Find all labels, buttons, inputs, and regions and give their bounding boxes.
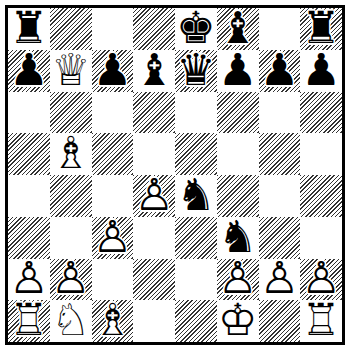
piece-glyph: ♙: [8, 259, 50, 300]
square-h8[interactable]: ♜♜: [300, 8, 342, 50]
piece-glyph: ♙: [300, 259, 342, 300]
square-e4[interactable]: ♞♞: [175, 175, 217, 217]
square-e6[interactable]: [175, 92, 217, 134]
piece-white-bishop-icon: ♝♗: [92, 300, 134, 342]
piece-glyph: ♙: [133, 175, 175, 216]
piece-black-queen-icon: ♛♛: [175, 50, 217, 92]
square-b6[interactable]: [50, 92, 92, 134]
piece-glyph: ♗: [92, 300, 134, 341]
square-d1[interactable]: [133, 300, 175, 342]
piece-white-pawn-icon: ♟♙: [217, 259, 259, 301]
piece-white-rook-icon: ♜♖: [8, 300, 50, 342]
square-f5[interactable]: [217, 133, 259, 175]
square-g8[interactable]: [259, 8, 301, 50]
piece-glyph: ♜: [300, 8, 342, 49]
square-b1[interactable]: ♞♘: [50, 300, 92, 342]
square-a4[interactable]: [8, 175, 50, 217]
piece-glyph: ♜: [8, 8, 50, 49]
square-g2[interactable]: ♟♙: [259, 259, 301, 301]
square-a6[interactable]: [8, 92, 50, 134]
piece-glyph: ♖: [8, 300, 50, 341]
piece-glyph: ♞: [217, 217, 259, 258]
piece-glyph: ♕: [50, 50, 92, 91]
piece-glyph: ♟: [217, 50, 259, 91]
square-c7[interactable]: ♟♟: [92, 50, 134, 92]
piece-glyph: ♟: [8, 50, 50, 91]
square-e7[interactable]: ♛♛: [175, 50, 217, 92]
piece-glyph: ♔: [217, 300, 259, 341]
piece-white-pawn-icon: ♟♙: [133, 175, 175, 217]
piece-black-knight-icon: ♞♞: [217, 217, 259, 259]
square-a3[interactable]: [8, 217, 50, 259]
square-f2[interactable]: ♟♙: [217, 259, 259, 301]
square-c3[interactable]: ♟♙: [92, 217, 134, 259]
piece-glyph: ♘: [50, 300, 92, 341]
piece-black-pawn-icon: ♟♟: [259, 50, 301, 92]
square-b4[interactable]: [50, 175, 92, 217]
square-h7[interactable]: ♟♟: [300, 50, 342, 92]
square-d7[interactable]: ♝♝: [133, 50, 175, 92]
square-e5[interactable]: [175, 133, 217, 175]
square-a5[interactable]: [8, 133, 50, 175]
square-b3[interactable]: [50, 217, 92, 259]
piece-white-pawn-icon: ♟♙: [8, 259, 50, 301]
square-a1[interactable]: ♜♖: [8, 300, 50, 342]
square-d5[interactable]: [133, 133, 175, 175]
piece-glyph: ♟: [92, 50, 134, 91]
piece-white-pawn-icon: ♟♙: [259, 259, 301, 301]
square-g1[interactable]: [259, 300, 301, 342]
square-c1[interactable]: ♝♗: [92, 300, 134, 342]
square-h4[interactable]: [300, 175, 342, 217]
square-e1[interactable]: [175, 300, 217, 342]
square-g5[interactable]: [259, 133, 301, 175]
square-g4[interactable]: [259, 175, 301, 217]
piece-black-knight-icon: ♞♞: [175, 175, 217, 217]
square-h5[interactable]: [300, 133, 342, 175]
piece-black-rook-icon: ♜♜: [8, 8, 50, 50]
piece-black-pawn-icon: ♟♟: [300, 50, 342, 92]
piece-white-queen-icon: ♛♕: [50, 50, 92, 92]
square-c2[interactable]: [92, 259, 134, 301]
square-f8[interactable]: ♝♝: [217, 8, 259, 50]
piece-white-pawn-icon: ♟♙: [300, 259, 342, 301]
square-c8[interactable]: [92, 8, 134, 50]
square-h3[interactable]: [300, 217, 342, 259]
square-g3[interactable]: [259, 217, 301, 259]
square-d3[interactable]: [133, 217, 175, 259]
square-b2[interactable]: ♟♙: [50, 259, 92, 301]
square-e8[interactable]: ♚♚: [175, 8, 217, 50]
square-d8[interactable]: [133, 8, 175, 50]
piece-white-knight-icon: ♞♘: [50, 300, 92, 342]
piece-black-pawn-icon: ♟♟: [217, 50, 259, 92]
square-f6[interactable]: [217, 92, 259, 134]
square-b8[interactable]: [50, 8, 92, 50]
piece-white-pawn-icon: ♟♙: [50, 259, 92, 301]
piece-black-king-icon: ♚♚: [175, 8, 217, 50]
piece-white-pawn-icon: ♟♙: [92, 217, 134, 259]
piece-black-pawn-icon: ♟♟: [8, 50, 50, 92]
piece-glyph: ♙: [92, 217, 134, 258]
piece-glyph: ♖: [300, 300, 342, 341]
piece-black-pawn-icon: ♟♟: [92, 50, 134, 92]
square-e2[interactable]: [175, 259, 217, 301]
piece-white-bishop-icon: ♝♗: [50, 133, 92, 175]
piece-black-rook-icon: ♜♜: [300, 8, 342, 50]
piece-glyph: ♚: [175, 8, 217, 49]
square-f1[interactable]: ♚♔: [217, 300, 259, 342]
piece-glyph: ♙: [259, 259, 301, 300]
piece-glyph: ♟: [259, 50, 301, 91]
piece-glyph: ♙: [50, 259, 92, 300]
square-h2[interactable]: ♟♙: [300, 259, 342, 301]
square-h6[interactable]: [300, 92, 342, 134]
piece-glyph: ♟: [300, 50, 342, 91]
square-b7[interactable]: ♛♕: [50, 50, 92, 92]
square-f4[interactable]: [217, 175, 259, 217]
square-c5[interactable]: [92, 133, 134, 175]
piece-white-king-icon: ♚♔: [217, 300, 259, 342]
square-a8[interactable]: ♜♜: [8, 8, 50, 50]
square-b5[interactable]: ♝♗: [50, 133, 92, 175]
square-d6[interactable]: [133, 92, 175, 134]
square-f7[interactable]: ♟♟: [217, 50, 259, 92]
piece-glyph: ♛: [175, 50, 217, 91]
square-e3[interactable]: [175, 217, 217, 259]
piece-black-bishop-icon: ♝♝: [133, 50, 175, 92]
square-a2[interactable]: ♟♙: [8, 259, 50, 301]
piece-glyph: ♙: [217, 259, 259, 300]
square-d2[interactable]: [133, 259, 175, 301]
square-a7[interactable]: ♟♟: [8, 50, 50, 92]
piece-glyph: ♞: [175, 175, 217, 216]
piece-white-rook-icon: ♜♖: [300, 300, 342, 342]
piece-glyph: ♝: [217, 8, 259, 49]
square-g7[interactable]: ♟♟: [259, 50, 301, 92]
chess-board: ♜♜♚♚♝♝♜♜♟♟♛♕♟♟♝♝♛♛♟♟♟♟♟♟♝♗♟♙♞♞♟♙♞♞♟♙♟♙♟♙…: [5, 5, 345, 345]
square-h1[interactable]: ♜♖: [300, 300, 342, 342]
square-c6[interactable]: [92, 92, 134, 134]
piece-black-bishop-icon: ♝♝: [217, 8, 259, 50]
piece-glyph: ♝: [133, 50, 175, 91]
square-c4[interactable]: [92, 175, 134, 217]
piece-glyph: ♗: [50, 133, 92, 174]
square-f3[interactable]: ♞♞: [217, 217, 259, 259]
square-d4[interactable]: ♟♙: [133, 175, 175, 217]
square-g6[interactable]: [259, 92, 301, 134]
